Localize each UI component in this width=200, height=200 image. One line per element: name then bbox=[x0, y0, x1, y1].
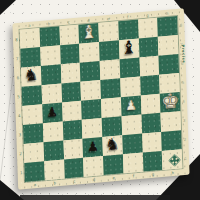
square-h7[interactable] bbox=[158, 35, 178, 56]
square-h3[interactable] bbox=[161, 111, 181, 132]
coord-label: b bbox=[45, 179, 65, 187]
black-knight[interactable]: ♞ bbox=[105, 135, 120, 152]
square-g3[interactable] bbox=[141, 113, 161, 134]
coord-label: 7 bbox=[14, 49, 21, 69]
square-d1[interactable] bbox=[83, 156, 103, 177]
square-c3[interactable] bbox=[62, 120, 82, 141]
black-pawn[interactable]: ♟ bbox=[46, 104, 58, 118]
square-c5[interactable] bbox=[61, 82, 81, 103]
square-g4[interactable] bbox=[140, 94, 160, 115]
square-f7[interactable]: ♝ bbox=[119, 39, 139, 60]
square-g7[interactable] bbox=[138, 37, 158, 58]
square-b4[interactable]: ♟ bbox=[42, 102, 62, 123]
square-e8[interactable] bbox=[98, 21, 118, 42]
square-c8[interactable] bbox=[59, 25, 79, 46]
square-e5[interactable] bbox=[100, 78, 120, 99]
square-c6[interactable] bbox=[60, 63, 80, 84]
coord-label: 2 bbox=[17, 144, 24, 164]
square-h6[interactable] bbox=[159, 54, 179, 75]
white-pawn[interactable]: ♟ bbox=[125, 98, 137, 112]
square-d8[interactable]: ♝ bbox=[79, 23, 99, 44]
square-d6[interactable] bbox=[80, 61, 100, 82]
coord-label: a bbox=[25, 181, 45, 189]
square-c2[interactable] bbox=[63, 139, 83, 160]
coord-label: 8 bbox=[13, 30, 20, 50]
square-c1[interactable] bbox=[64, 158, 84, 179]
square-b3[interactable] bbox=[43, 121, 63, 142]
square-d2[interactable]: ♟ bbox=[83, 137, 103, 158]
square-a2[interactable] bbox=[24, 142, 44, 163]
black-knight[interactable]: ♞ bbox=[24, 66, 39, 83]
chess-board[interactable]: ♝♝♞♟♟♚♟♞ bbox=[20, 16, 183, 182]
square-a1[interactable] bbox=[24, 161, 44, 182]
square-a3[interactable] bbox=[23, 123, 43, 144]
coord-label: 2 bbox=[182, 130, 189, 150]
square-f1[interactable] bbox=[123, 153, 143, 174]
coord-label: h bbox=[163, 169, 183, 177]
photo-scene: abcdefgh abcdefgh 87654321 87654321 ♝♝♞♟… bbox=[0, 0, 200, 200]
coord-label: 1 bbox=[182, 149, 189, 169]
square-b1[interactable] bbox=[44, 159, 64, 180]
square-b2[interactable] bbox=[43, 140, 63, 161]
square-d4[interactable] bbox=[81, 99, 101, 120]
square-d3[interactable] bbox=[82, 118, 102, 139]
square-f6[interactable] bbox=[119, 58, 139, 79]
square-g5[interactable] bbox=[140, 75, 160, 96]
square-h2[interactable] bbox=[161, 130, 181, 151]
square-e6[interactable] bbox=[100, 59, 120, 80]
square-e7[interactable] bbox=[99, 40, 119, 61]
square-f2[interactable] bbox=[122, 134, 142, 155]
square-a5[interactable] bbox=[22, 85, 42, 106]
square-a4[interactable] bbox=[22, 104, 42, 125]
coord-label: 1 bbox=[18, 163, 25, 183]
square-g2[interactable] bbox=[142, 132, 162, 153]
coord-label: e bbox=[104, 174, 124, 182]
square-g8[interactable] bbox=[138, 18, 158, 39]
coord-label: 5 bbox=[180, 73, 187, 93]
square-b5[interactable] bbox=[41, 83, 61, 104]
coord-label: 3 bbox=[16, 125, 23, 145]
square-e2[interactable]: ♞ bbox=[102, 135, 122, 156]
square-a6[interactable]: ♞ bbox=[21, 66, 41, 87]
square-d7[interactable] bbox=[79, 42, 99, 63]
coord-label: 3 bbox=[181, 111, 188, 131]
square-b7[interactable] bbox=[40, 45, 60, 66]
square-h4[interactable]: ♚ bbox=[160, 92, 180, 113]
square-c4[interactable] bbox=[62, 101, 82, 122]
square-g1[interactable] bbox=[142, 151, 162, 172]
coord-label: f bbox=[123, 172, 143, 180]
coord-label: 4 bbox=[16, 106, 23, 126]
square-e1[interactable] bbox=[103, 154, 123, 175]
black-bishop[interactable]: ♝ bbox=[120, 37, 137, 56]
square-d5[interactable] bbox=[81, 80, 101, 101]
coord-label: 4 bbox=[180, 92, 187, 112]
square-c7[interactable] bbox=[60, 44, 80, 65]
dark-background-edge bbox=[20, 195, 170, 200]
square-g6[interactable] bbox=[139, 56, 159, 77]
coord-label: 8 bbox=[178, 15, 185, 35]
square-f3[interactable] bbox=[121, 115, 141, 136]
chess-mat: abcdefgh abcdefgh 87654321 87654321 ♝♝♞♟… bbox=[12, 8, 189, 189]
coord-label: 5 bbox=[15, 87, 22, 107]
square-e4[interactable] bbox=[101, 97, 121, 118]
coord-label: d bbox=[84, 176, 104, 184]
coord-label: 6 bbox=[14, 68, 21, 88]
square-h8[interactable] bbox=[157, 16, 177, 37]
coord-label: c bbox=[64, 177, 84, 185]
white-king[interactable]: ♚ bbox=[161, 90, 180, 112]
square-f5[interactable] bbox=[120, 77, 140, 98]
black-pawn[interactable]: ♟ bbox=[87, 139, 99, 153]
brand-text: Precise bbox=[181, 44, 186, 63]
square-b8[interactable] bbox=[39, 26, 59, 47]
coord-label: g bbox=[143, 170, 163, 178]
white-bishop[interactable]: ♝ bbox=[80, 22, 97, 41]
square-b6[interactable] bbox=[41, 64, 61, 85]
square-f4[interactable]: ♟ bbox=[121, 96, 141, 117]
square-a8[interactable] bbox=[20, 28, 40, 49]
